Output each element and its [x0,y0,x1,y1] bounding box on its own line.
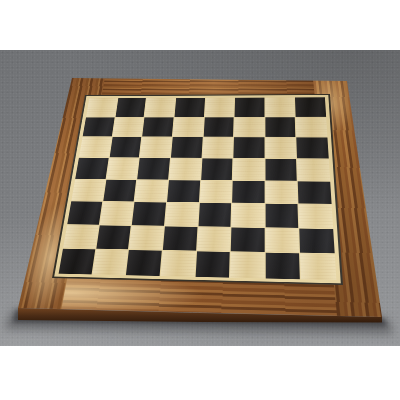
square-a1 [59,249,95,274]
square-h8 [295,97,326,116]
square-b5 [106,158,139,179]
square-h3 [299,204,333,228]
square-a4 [71,179,105,201]
square-e3 [198,203,231,227]
square-b2 [96,225,131,249]
board-grid [59,97,337,280]
square-d8 [174,98,204,117]
square-f7 [234,117,264,137]
square-a3 [67,201,102,224]
square-d7 [173,117,204,137]
square-g3 [265,204,298,228]
square-a2 [63,225,98,249]
square-h6 [297,138,329,159]
square-f4 [232,180,264,203]
square-g5 [265,159,297,181]
square-a6 [79,137,111,157]
product-photo [0,0,400,400]
square-e4 [199,180,231,203]
square-g2 [265,228,299,253]
square-e5 [201,158,233,179]
square-d6 [171,137,202,157]
square-h5 [297,159,330,181]
square-d1 [160,251,195,277]
square-g6 [265,137,296,158]
square-c8 [145,98,175,117]
square-f3 [232,203,265,227]
square-d2 [163,226,197,251]
square-f8 [235,98,265,117]
square-c6 [140,137,172,157]
square-h4 [298,181,332,204]
square-h7 [296,117,327,137]
square-g1 [265,253,300,279]
square-d5 [169,158,201,179]
square-f1 [230,252,264,278]
square-c1 [126,250,162,276]
square-a5 [75,158,108,179]
square-a8 [86,98,117,117]
square-b1 [92,250,128,276]
square-b8 [115,98,146,117]
square-e6 [202,137,233,158]
square-h2 [300,228,335,253]
square-d3 [165,203,199,226]
photo-background [0,50,400,346]
square-c3 [132,202,166,225]
square-c2 [129,226,164,250]
square-b7 [112,117,143,136]
square-b3 [99,202,133,225]
playing-area [52,94,343,285]
square-e7 [203,117,234,137]
square-f2 [231,227,265,252]
square-e2 [197,227,231,252]
square-g4 [265,181,298,204]
square-g7 [265,117,296,137]
square-c4 [135,180,168,202]
square-g8 [265,97,295,116]
square-d4 [167,180,200,202]
square-e8 [204,98,234,117]
square-a7 [83,117,115,136]
square-c7 [142,117,173,136]
square-f6 [233,137,264,158]
square-e1 [195,252,230,278]
square-b4 [103,179,137,201]
square-c5 [137,158,169,179]
square-f5 [233,159,264,181]
square-h1 [300,254,336,280]
square-b6 [109,137,141,157]
scene [0,50,400,346]
